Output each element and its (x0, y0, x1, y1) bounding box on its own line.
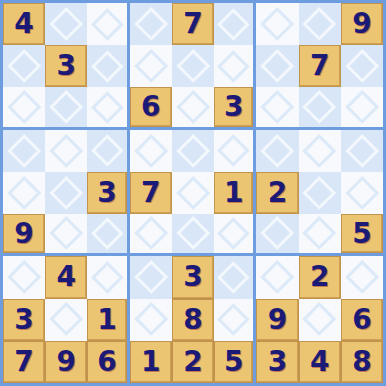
diamond-icon (176, 133, 211, 168)
given-digit: 6 (141, 93, 160, 121)
sudoku-cell[interactable] (45, 172, 87, 214)
sudoku-cell: 1 (214, 172, 256, 214)
sudoku-cell[interactable] (299, 130, 341, 172)
given-digit: 1 (141, 348, 160, 376)
diamond-icon (345, 49, 380, 84)
sudoku-cell[interactable] (87, 87, 129, 129)
diamond-icon (218, 304, 250, 336)
sudoku-cell[interactable] (45, 130, 87, 172)
sudoku-cell: 9 (341, 3, 383, 45)
sudoku-cell: 5 (341, 214, 383, 256)
sudoku-cell[interactable] (256, 45, 298, 87)
diamond-icon (7, 260, 42, 295)
given-digit: 7 (141, 179, 160, 207)
sudoku-cell[interactable] (45, 87, 87, 129)
sudoku-cell: 1 (87, 299, 129, 341)
sudoku-cell[interactable] (172, 172, 214, 214)
diamond-icon (49, 176, 84, 211)
sudoku-cell[interactable] (299, 214, 341, 256)
sudoku-cell[interactable] (299, 3, 341, 45)
sudoku-cell: 3 (3, 299, 45, 341)
sudoku-cell[interactable] (3, 172, 45, 214)
diamond-icon (49, 302, 84, 337)
diamond-icon (133, 49, 168, 84)
diamond-icon (345, 176, 380, 211)
given-digit: 4 (57, 263, 76, 291)
sudoku-cell[interactable] (130, 214, 172, 256)
diamond-icon (133, 133, 168, 168)
sudoku-cell[interactable] (130, 130, 172, 172)
sudoku-cell: 9 (45, 341, 87, 383)
sudoku-cell: 6 (87, 341, 129, 383)
given-digit: 3 (14, 306, 33, 334)
given-digit: 6 (97, 348, 116, 376)
sudoku-cell: 2 (299, 256, 341, 298)
given-digit: 4 (14, 10, 33, 38)
given-digit: 4 (310, 348, 329, 376)
diamond-icon (260, 90, 295, 125)
diamond-icon (91, 91, 123, 123)
diamond-icon (302, 7, 337, 42)
sudoku-cell[interactable] (341, 87, 383, 129)
given-digit: 2 (268, 179, 287, 207)
sudoku-cell[interactable] (214, 299, 256, 341)
sudoku-cell[interactable] (87, 45, 129, 87)
diamond-icon (260, 260, 295, 295)
sudoku-cell: 6 (341, 299, 383, 341)
diamond-icon (260, 49, 295, 84)
diamond-icon (218, 218, 250, 250)
diamond-icon (218, 261, 250, 293)
sudoku-cell: 3 (172, 256, 214, 298)
diamond-icon (49, 216, 84, 251)
diamond-icon (218, 8, 250, 40)
sudoku-cell: 7 (130, 172, 172, 214)
diamond-icon (260, 7, 295, 42)
given-digit: 7 (310, 52, 329, 80)
diamond-icon (7, 90, 42, 125)
diamond-icon (133, 7, 168, 42)
sudoku-cell[interactable] (341, 130, 383, 172)
sudoku-cell: 3 (45, 45, 87, 87)
sudoku-cell[interactable] (256, 87, 298, 129)
diamond-icon (176, 216, 211, 251)
sudoku-cell: 7 (3, 341, 45, 383)
diamond-icon (7, 133, 42, 168)
sudoku-cell[interactable] (3, 256, 45, 298)
diamond-icon (176, 49, 211, 84)
sudoku-cell[interactable] (87, 214, 129, 256)
sudoku-cell: 7 (172, 3, 214, 45)
sudoku-cell: 9 (3, 214, 45, 256)
sudoku-cell[interactable] (256, 3, 298, 45)
diamond-icon (7, 176, 42, 211)
sudoku-cell[interactable] (341, 172, 383, 214)
given-digit: 9 (268, 306, 287, 334)
sudoku-cell[interactable] (341, 256, 383, 298)
sudoku-cell: 1 (130, 341, 172, 383)
sudoku-cell[interactable] (130, 45, 172, 87)
given-digit: 3 (97, 179, 116, 207)
diamond-icon (218, 135, 250, 167)
diamond-icon (91, 261, 123, 293)
sudoku-cell: 2 (256, 172, 298, 214)
diamond-icon (218, 50, 250, 82)
sudoku-cell[interactable] (256, 256, 298, 298)
diamond-icon (133, 216, 168, 251)
given-digit: 2 (310, 263, 329, 291)
given-digit: 9 (14, 220, 33, 248)
diamond-icon (302, 90, 337, 125)
sudoku-cell[interactable] (214, 3, 256, 45)
sudoku-cell[interactable] (214, 45, 256, 87)
sudoku-cell: 8 (172, 299, 214, 341)
diamond-icon (260, 133, 295, 168)
diamond-icon (133, 260, 168, 295)
sudoku-cell: 7 (299, 45, 341, 87)
sudoku-cell[interactable] (87, 130, 129, 172)
diamond-icon (49, 7, 84, 42)
sudoku-cell: 8 (341, 341, 383, 383)
given-digit: 5 (352, 220, 371, 248)
sudoku-cell[interactable] (130, 299, 172, 341)
sudoku-cell[interactable] (45, 214, 87, 256)
given-digit: 3 (57, 52, 76, 80)
diamond-icon (133, 302, 168, 337)
given-digit: 9 (57, 348, 76, 376)
sudoku-cell: 3 (256, 341, 298, 383)
given-digit: 5 (224, 348, 243, 376)
diamond-icon (345, 90, 380, 125)
sudoku-cell[interactable] (45, 299, 87, 341)
sudoku-cell: 4 (45, 256, 87, 298)
diamond-icon (91, 50, 123, 82)
given-digit: 3 (268, 348, 287, 376)
sudoku-cell[interactable] (299, 299, 341, 341)
sudoku-cell[interactable] (130, 3, 172, 45)
diamond-icon (302, 216, 337, 251)
given-digit: 1 (224, 179, 243, 207)
given-digit: 1 (97, 306, 116, 334)
sudoku-cell: 2 (172, 341, 214, 383)
sudoku-cell[interactable] (130, 256, 172, 298)
sudoku-cell[interactable] (214, 214, 256, 256)
sudoku-cell[interactable] (172, 87, 214, 129)
given-digit: 3 (183, 263, 202, 291)
sudoku-cell[interactable] (87, 256, 129, 298)
sudoku-cell[interactable] (299, 172, 341, 214)
sudoku-cell[interactable] (3, 45, 45, 87)
sudoku-cell[interactable] (172, 130, 214, 172)
given-digit: 2 (183, 348, 202, 376)
given-digit: 8 (183, 306, 202, 334)
sudoku-cell[interactable] (299, 87, 341, 129)
sudoku-cell[interactable] (172, 45, 214, 87)
sudoku-cell[interactable] (172, 214, 214, 256)
diamond-icon (345, 133, 380, 168)
diamond-icon (176, 90, 211, 125)
sudoku-cell[interactable] (214, 256, 256, 298)
diamond-icon (176, 176, 211, 211)
sudoku-cell[interactable] (45, 3, 87, 45)
given-digit: 9 (352, 10, 371, 38)
diamond-icon (260, 216, 295, 251)
sudoku-cell: 3 (214, 87, 256, 129)
sudoku-cell: 9 (256, 299, 298, 341)
sudoku-cell[interactable] (256, 130, 298, 172)
sudoku-cell[interactable] (3, 87, 45, 129)
diamond-icon (91, 218, 123, 250)
diamond-icon (7, 49, 42, 84)
diamond-icon (91, 8, 123, 40)
sudoku-cell: 6 (130, 87, 172, 129)
diamond-icon (302, 302, 337, 337)
diamond-icon (302, 133, 337, 168)
sudoku-board: 479376337129543231896796125348 (0, 0, 386, 386)
sudoku-cell[interactable] (214, 130, 256, 172)
sudoku-cell: 4 (3, 3, 45, 45)
sudoku-cell[interactable] (256, 214, 298, 256)
diamond-icon (302, 176, 337, 211)
diamond-icon (91, 135, 123, 167)
sudoku-cell[interactable] (341, 45, 383, 87)
sudoku-cell: 4 (299, 341, 341, 383)
diamond-icon (49, 90, 84, 125)
given-digit: 8 (352, 348, 371, 376)
given-digit: 3 (224, 93, 243, 121)
sudoku-cell[interactable] (3, 130, 45, 172)
diamond-icon (345, 260, 380, 295)
given-digit: 7 (183, 10, 202, 38)
sudoku-cell: 3 (87, 172, 129, 214)
sudoku-cell[interactable] (87, 3, 129, 45)
diamond-icon (49, 133, 84, 168)
given-digit: 6 (352, 306, 371, 334)
given-digit: 7 (14, 348, 33, 376)
sudoku-cell: 5 (214, 341, 256, 383)
